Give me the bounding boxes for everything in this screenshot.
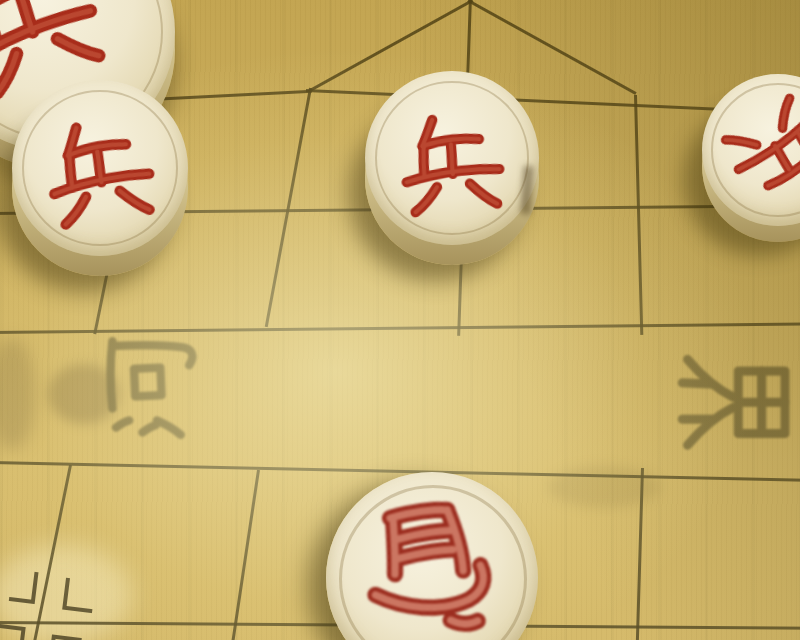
horse-character [348,488,515,640]
soldier-point-marker [0,564,105,640]
piece-red-horse[interactable] [326,472,538,640]
piece-red-soldier-left[interactable] [12,80,188,280]
piece-red-soldier-center[interactable] [365,71,539,269]
piece-red-right-edge[interactable] [702,74,800,264]
soldier-character [32,106,169,243]
board-stain [0,338,36,450]
river-character-he [92,328,212,448]
xiangqi-board-photo [0,0,800,640]
soldier-character [389,103,514,228]
grid-line-file2-lower [231,470,260,640]
grid-line-file2-upper [265,88,312,327]
grid-line-file4-upper [634,95,643,335]
river-character-jie [668,336,798,466]
grid-line-file4-lower [636,468,644,640]
